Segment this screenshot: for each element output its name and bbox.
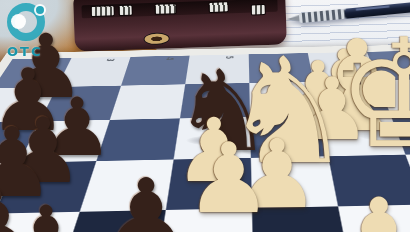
board-square — [110, 84, 185, 120]
chess-tournament-photo: 345 ♟♟♟♝♟♟♚♞♟♞♟♟♟♟♟♟♟♟♟ ОТС — [0, 0, 410, 232]
board-square — [249, 82, 320, 117]
chess-board-perspective-wrap: 345 — [0, 0, 410, 232]
board-square — [185, 54, 249, 84]
board-square — [121, 56, 190, 86]
board-square — [308, 52, 378, 82]
otc-logo-dot-icon — [36, 6, 44, 14]
board-square — [156, 208, 253, 232]
chess-board: 345 — [0, 43, 410, 232]
otc-logo-text: ОТС — [7, 44, 45, 59]
board-square — [328, 155, 410, 207]
board-edge-label: 3 — [104, 58, 117, 61]
board-square — [174, 117, 251, 160]
board-squares-grid — [0, 49, 410, 232]
board-square — [180, 83, 250, 118]
board-square — [96, 118, 180, 161]
board-square — [252, 206, 351, 232]
board-square — [338, 205, 410, 232]
otc-logo: ОТС — [7, 3, 45, 59]
board-edge-label: 5 — [223, 56, 235, 59]
board-square — [250, 115, 328, 157]
board-square — [80, 159, 174, 211]
board-square — [0, 212, 80, 232]
otc-logo-ring-icon — [7, 3, 45, 41]
board-square — [166, 158, 252, 210]
board-square — [249, 53, 314, 83]
board-edge-label: 4 — [163, 57, 176, 60]
board-square — [251, 156, 338, 208]
otc-logo-swirl-icon — [11, 14, 26, 29]
